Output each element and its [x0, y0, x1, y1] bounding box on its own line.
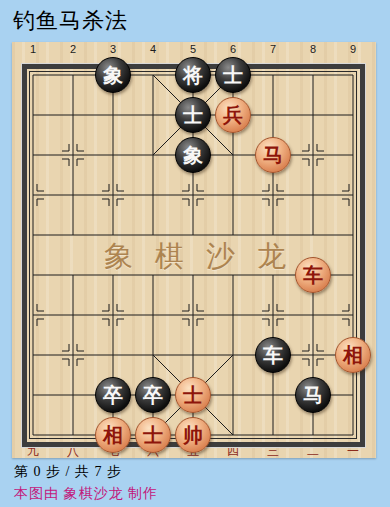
board-cell: 士: [213, 55, 253, 95]
black-elephant[interactable]: 象: [95, 57, 131, 93]
board-cell: 帅: [173, 415, 213, 455]
board-cell: 马: [253, 135, 293, 175]
red-soldier[interactable]: 兵: [215, 97, 251, 133]
red-elephant[interactable]: 相: [95, 417, 131, 453]
credit-text: 本图由 象棋沙龙 制作: [14, 485, 158, 503]
red-advisor[interactable]: 士: [175, 377, 211, 413]
black-general[interactable]: 将: [175, 57, 211, 93]
board-cell: 相: [333, 335, 373, 375]
black-horse[interactable]: 马: [295, 377, 331, 413]
board-cell: 相: [93, 415, 133, 455]
board-cell: 将: [173, 55, 213, 95]
move-counter: 第 0 步 / 共 7 步: [14, 463, 122, 481]
board-cell: 士: [133, 415, 173, 455]
black-chariot[interactable]: 车: [255, 337, 291, 373]
red-elephant[interactable]: 相: [335, 337, 371, 373]
board-cell: 兵: [213, 95, 253, 135]
black-soldier[interactable]: 卒: [135, 377, 171, 413]
black-advisor[interactable]: 士: [175, 97, 211, 133]
red-horse[interactable]: 马: [255, 137, 291, 173]
board-cell: 车: [293, 255, 333, 295]
board-cell: 卒: [93, 375, 133, 415]
board-cell: 卒: [133, 375, 173, 415]
page-title: 钓鱼马杀法: [13, 6, 128, 36]
black-advisor[interactable]: 士: [215, 57, 251, 93]
board-cell: 士: [173, 95, 213, 135]
red-general[interactable]: 帅: [175, 417, 211, 453]
board-cell: 士: [173, 375, 213, 415]
board-cell: 象: [93, 55, 133, 95]
xiangqi-board[interactable]: 123456789 象棋沙龙 象将士士兵象马车车相卒卒士马相士帅 九八七六五四三…: [12, 42, 376, 458]
piece-layer: 象将士士兵象马车车相卒卒士马相士帅: [13, 55, 373, 455]
board-cell: 象: [173, 135, 213, 175]
red-advisor[interactable]: 士: [135, 417, 171, 453]
red-chariot[interactable]: 车: [295, 257, 331, 293]
black-elephant[interactable]: 象: [175, 137, 211, 173]
board-cell: 马: [293, 375, 333, 415]
board-cell: 车: [253, 335, 293, 375]
black-soldier[interactable]: 卒: [95, 377, 131, 413]
page: 钓鱼马杀法 123456789 象棋沙龙 象将士士兵象马车车相卒卒士马相士帅 九…: [0, 0, 390, 507]
